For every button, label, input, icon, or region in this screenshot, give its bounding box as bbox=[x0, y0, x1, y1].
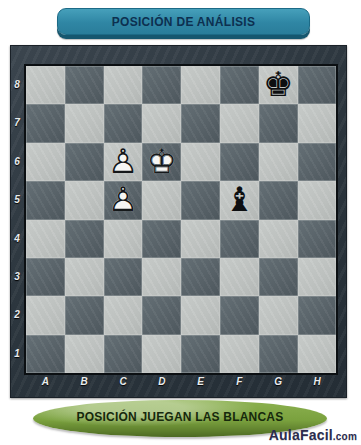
rank-label-3: 3 bbox=[10, 271, 24, 282]
white-pawn-c6[interactable]: ♟♙ bbox=[108, 144, 138, 178]
analysis-banner-label: POSICIÓN DE ANÁLISIS bbox=[112, 15, 256, 29]
square-c6[interactable]: ♟♙ bbox=[104, 143, 143, 181]
square-e4[interactable] bbox=[181, 220, 220, 258]
square-e6[interactable] bbox=[181, 143, 220, 181]
square-c4[interactable] bbox=[104, 220, 143, 258]
square-b2[interactable] bbox=[65, 296, 104, 334]
square-a8[interactable] bbox=[26, 66, 65, 104]
analysis-banner: POSICIÓN DE ANÁLISIS bbox=[57, 8, 310, 35]
white-king-icon: ♔ bbox=[147, 141, 177, 181]
white-pawn-icon: ♙ bbox=[108, 179, 138, 219]
white-king-d6[interactable]: ♚♔ bbox=[147, 144, 177, 178]
file-label-a: A bbox=[26, 376, 65, 387]
square-e1[interactable] bbox=[181, 335, 220, 373]
square-h5[interactable] bbox=[298, 181, 337, 219]
file-label-g: G bbox=[259, 376, 298, 387]
chess-board: ♚♟♙♚♔♟♙♝ bbox=[24, 64, 338, 375]
square-g3[interactable] bbox=[259, 258, 298, 296]
rank-label-6: 6 bbox=[10, 156, 24, 167]
square-c2[interactable] bbox=[104, 296, 143, 334]
square-d7[interactable] bbox=[142, 104, 181, 142]
file-label-b: B bbox=[65, 376, 104, 387]
square-b7[interactable] bbox=[65, 104, 104, 142]
square-d6[interactable]: ♚♔ bbox=[142, 143, 181, 181]
square-h3[interactable] bbox=[298, 258, 337, 296]
square-h7[interactable] bbox=[298, 104, 337, 142]
rank-label-2: 2 bbox=[10, 309, 24, 320]
square-a5[interactable] bbox=[26, 181, 65, 219]
square-c8[interactable] bbox=[104, 66, 143, 104]
file-label-e: E bbox=[181, 376, 220, 387]
square-g4[interactable] bbox=[259, 220, 298, 258]
square-d8[interactable] bbox=[142, 66, 181, 104]
square-g2[interactable] bbox=[259, 296, 298, 334]
square-d2[interactable] bbox=[142, 296, 181, 334]
chess-board-frame: ♚♟♙♚♔♟♙♝ 87654321 ABCDEFGH bbox=[10, 45, 347, 398]
square-f4[interactable] bbox=[220, 220, 259, 258]
square-c5[interactable]: ♟♙ bbox=[104, 181, 143, 219]
square-b8[interactable] bbox=[65, 66, 104, 104]
square-f5[interactable]: ♝ bbox=[220, 181, 259, 219]
square-e5[interactable] bbox=[181, 181, 220, 219]
square-b4[interactable] bbox=[65, 220, 104, 258]
square-a1[interactable] bbox=[26, 335, 65, 373]
square-e8[interactable] bbox=[181, 66, 220, 104]
square-b6[interactable] bbox=[65, 143, 104, 181]
black-bishop-f5[interactable]: ♝ bbox=[224, 182, 254, 216]
square-a7[interactable] bbox=[26, 104, 65, 142]
square-b5[interactable] bbox=[65, 181, 104, 219]
site-tld: .com bbox=[333, 431, 357, 442]
square-a3[interactable] bbox=[26, 258, 65, 296]
square-h6[interactable] bbox=[298, 143, 337, 181]
square-e7[interactable] bbox=[181, 104, 220, 142]
site-name: AulaFacil bbox=[269, 427, 333, 443]
black-king-icon: ♚ bbox=[263, 64, 293, 104]
site-branding: AulaFacil.com bbox=[269, 427, 357, 443]
square-a4[interactable] bbox=[26, 220, 65, 258]
rank-label-5: 5 bbox=[10, 194, 24, 205]
side-to-move-label: POSICIÓN JUEGAN LAS BLANCAS bbox=[77, 410, 284, 424]
square-f1[interactable] bbox=[220, 335, 259, 373]
square-c3[interactable] bbox=[104, 258, 143, 296]
file-label-d: D bbox=[142, 376, 181, 387]
square-f8[interactable] bbox=[220, 66, 259, 104]
file-label-c: C bbox=[104, 376, 143, 387]
square-h2[interactable] bbox=[298, 296, 337, 334]
square-e2[interactable] bbox=[181, 296, 220, 334]
square-g5[interactable] bbox=[259, 181, 298, 219]
square-b3[interactable] bbox=[65, 258, 104, 296]
rank-label-7: 7 bbox=[10, 117, 24, 128]
square-d5[interactable] bbox=[142, 181, 181, 219]
rank-label-8: 8 bbox=[10, 79, 24, 90]
square-d1[interactable] bbox=[142, 335, 181, 373]
square-a2[interactable] bbox=[26, 296, 65, 334]
square-g6[interactable] bbox=[259, 143, 298, 181]
black-bishop-icon: ♝ bbox=[224, 179, 254, 219]
square-f7[interactable] bbox=[220, 104, 259, 142]
white-pawn-c5[interactable]: ♟♙ bbox=[108, 182, 138, 216]
square-c1[interactable] bbox=[104, 335, 143, 373]
rank-label-4: 4 bbox=[10, 233, 24, 244]
square-h4[interactable] bbox=[298, 220, 337, 258]
file-label-h: H bbox=[298, 376, 337, 387]
white-pawn-icon: ♙ bbox=[108, 141, 138, 181]
black-king-g8[interactable]: ♚ bbox=[263, 67, 293, 101]
square-e3[interactable] bbox=[181, 258, 220, 296]
square-g1[interactable] bbox=[259, 335, 298, 373]
square-d3[interactable] bbox=[142, 258, 181, 296]
square-f6[interactable] bbox=[220, 143, 259, 181]
square-g8[interactable]: ♚ bbox=[259, 66, 298, 104]
square-h8[interactable] bbox=[298, 66, 337, 104]
square-b1[interactable] bbox=[65, 335, 104, 373]
square-a6[interactable] bbox=[26, 143, 65, 181]
square-h1[interactable] bbox=[298, 335, 337, 373]
rank-label-1: 1 bbox=[10, 348, 24, 359]
file-label-f: F bbox=[220, 376, 259, 387]
square-f2[interactable] bbox=[220, 296, 259, 334]
square-g7[interactable] bbox=[259, 104, 298, 142]
square-c7[interactable] bbox=[104, 104, 143, 142]
square-d4[interactable] bbox=[142, 220, 181, 258]
square-f3[interactable] bbox=[220, 258, 259, 296]
